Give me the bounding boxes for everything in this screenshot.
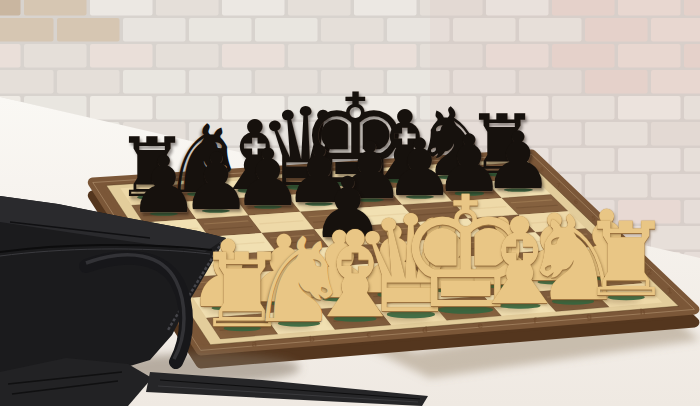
rank-label-7: 7 <box>556 182 561 188</box>
chess-set-product-photo: abcdefgh12345678 ♜♞♝♛♚♝♞♜♟♟♟♟♟♟♟♟♟♟♟♟♟♟♟… <box>0 0 700 406</box>
rank-label-8: 8 <box>540 166 545 172</box>
rank-label-3: 3 <box>628 249 634 258</box>
rank-label-6: 6 <box>573 198 578 205</box>
file-label-b: b <box>309 335 316 344</box>
file-label-g: g <box>586 312 593 321</box>
file-label-a: a <box>251 339 257 348</box>
file-label-h: h <box>639 307 646 316</box>
rank-label-4: 4 <box>609 232 615 240</box>
file-label-d: d <box>422 325 429 334</box>
rank-label-2: 2 <box>647 267 653 276</box>
scene-graphic: abcdefgh12345678 <box>0 0 700 406</box>
